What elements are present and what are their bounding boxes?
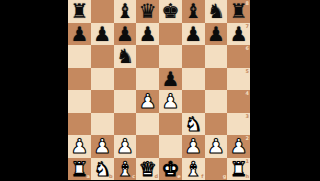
piece-wP-d4[interactable]: ♟ xyxy=(136,90,159,113)
square-a6[interactable] xyxy=(68,45,91,68)
rank-label-4: 4 xyxy=(246,91,249,96)
square-d3[interactable] xyxy=(136,113,159,136)
rank-label-2: 2 xyxy=(246,136,249,141)
square-h4[interactable]: 4 xyxy=(227,90,250,113)
square-f2[interactable]: ♟ xyxy=(182,135,205,158)
square-b7[interactable]: ♟ xyxy=(91,23,114,46)
piece-bK-e8[interactable]: ♚ xyxy=(159,0,182,23)
square-c2[interactable]: ♟ xyxy=(114,135,137,158)
rank-label-6: 6 xyxy=(246,46,249,51)
square-f1[interactable]: ♝f xyxy=(182,158,205,181)
square-e5[interactable]: ♟ xyxy=(159,68,182,91)
square-c6[interactable]: ♞ xyxy=(114,45,137,68)
file-label-a: a xyxy=(86,174,89,179)
piece-bP-g7[interactable]: ♟ xyxy=(205,23,228,46)
piece-bB-c8[interactable]: ♝ xyxy=(114,0,137,23)
square-g8[interactable]: ♞ xyxy=(205,0,228,23)
file-label-e: e xyxy=(177,174,180,179)
piece-wN-f3[interactable]: ♞ xyxy=(182,113,205,136)
piece-bP-c7[interactable]: ♟ xyxy=(114,23,137,46)
piece-bP-d7[interactable]: ♟ xyxy=(136,23,159,46)
piece-bN-g8[interactable]: ♞ xyxy=(205,0,228,23)
square-c7[interactable]: ♟ xyxy=(114,23,137,46)
square-e1[interactable]: ♚e xyxy=(159,158,182,181)
square-c5[interactable] xyxy=(114,68,137,91)
rank-label-1: 1 xyxy=(246,159,249,164)
square-e4[interactable]: ♟ xyxy=(159,90,182,113)
square-h6[interactable]: 6 xyxy=(227,45,250,68)
square-h3[interactable]: 3 xyxy=(227,113,250,136)
square-b2[interactable]: ♟ xyxy=(91,135,114,158)
square-a2[interactable]: ♟ xyxy=(68,135,91,158)
square-e6[interactable] xyxy=(159,45,182,68)
piece-bR-a8[interactable]: ♜ xyxy=(68,0,91,23)
file-label-g: g xyxy=(223,174,227,179)
square-h5[interactable]: 5 xyxy=(227,68,250,91)
square-d6[interactable] xyxy=(136,45,159,68)
piece-wP-e4[interactable]: ♟ xyxy=(159,90,182,113)
square-f3[interactable]: ♞ xyxy=(182,113,205,136)
rank-label-8: 8 xyxy=(246,1,249,6)
rank-label-7: 7 xyxy=(246,24,249,29)
file-label-d: d xyxy=(154,174,158,179)
square-d2[interactable] xyxy=(136,135,159,158)
piece-bP-e5[interactable]: ♟ xyxy=(159,68,182,91)
square-f8[interactable]: ♝ xyxy=(182,0,205,23)
square-a7[interactable]: ♟ xyxy=(68,23,91,46)
square-b6[interactable] xyxy=(91,45,114,68)
square-g2[interactable]: ♟ xyxy=(205,135,228,158)
file-label-h: h xyxy=(245,174,249,179)
file-label-b: b xyxy=(109,174,113,179)
square-b3[interactable] xyxy=(91,113,114,136)
square-g4[interactable] xyxy=(205,90,228,113)
square-e2[interactable] xyxy=(159,135,182,158)
square-f5[interactable] xyxy=(182,68,205,91)
square-d7[interactable]: ♟ xyxy=(136,23,159,46)
piece-wP-c2[interactable]: ♟ xyxy=(114,135,137,158)
square-a3[interactable] xyxy=(68,113,91,136)
square-d1[interactable]: ♛d xyxy=(136,158,159,181)
piece-bP-f7[interactable]: ♟ xyxy=(182,23,205,46)
square-g6[interactable] xyxy=(205,45,228,68)
square-e8[interactable]: ♚ xyxy=(159,0,182,23)
square-c1[interactable]: ♝c xyxy=(114,158,137,181)
square-a1[interactable]: ♜a xyxy=(68,158,91,181)
square-f4[interactable] xyxy=(182,90,205,113)
file-label-c: c xyxy=(132,174,135,179)
square-d5[interactable] xyxy=(136,68,159,91)
chess-board: ♜♝♛♚♝♞♜8♟♟♟♟♟♟♟7♞6♟5♟♟4♞3♟♟♟♟♟♟2♜a♞b♝c♛d… xyxy=(68,0,250,180)
square-f7[interactable]: ♟ xyxy=(182,23,205,46)
rank-label-3: 3 xyxy=(246,114,249,119)
square-b1[interactable]: ♞b xyxy=(91,158,114,181)
square-c8[interactable]: ♝ xyxy=(114,0,137,23)
square-g7[interactable]: ♟ xyxy=(205,23,228,46)
rank-label-5: 5 xyxy=(246,69,249,74)
square-f6[interactable] xyxy=(182,45,205,68)
square-b8[interactable] xyxy=(91,0,114,23)
square-b5[interactable] xyxy=(91,68,114,91)
square-e3[interactable] xyxy=(159,113,182,136)
square-g5[interactable] xyxy=(205,68,228,91)
square-a4[interactable] xyxy=(68,90,91,113)
square-d4[interactable]: ♟ xyxy=(136,90,159,113)
piece-wP-a2[interactable]: ♟ xyxy=(68,135,91,158)
square-h2[interactable]: ♟2 xyxy=(227,135,250,158)
piece-wP-f2[interactable]: ♟ xyxy=(182,135,205,158)
square-d8[interactable]: ♛ xyxy=(136,0,159,23)
piece-bN-c6[interactable]: ♞ xyxy=(114,45,137,68)
piece-bP-b7[interactable]: ♟ xyxy=(91,23,114,46)
square-g3[interactable] xyxy=(205,113,228,136)
square-h7[interactable]: ♟7 xyxy=(227,23,250,46)
piece-wP-b2[interactable]: ♟ xyxy=(91,135,114,158)
letterbox-left xyxy=(0,0,68,180)
square-g1[interactable]: g xyxy=(205,158,228,181)
piece-bQ-d8[interactable]: ♛ xyxy=(136,0,159,23)
letterbox-right xyxy=(250,0,320,180)
square-b4[interactable] xyxy=(91,90,114,113)
piece-bB-f8[interactable]: ♝ xyxy=(182,0,205,23)
square-e7[interactable] xyxy=(159,23,182,46)
square-c3[interactable] xyxy=(114,113,137,136)
square-c4[interactable] xyxy=(114,90,137,113)
file-label-f: f xyxy=(201,174,203,179)
piece-bP-a7[interactable]: ♟ xyxy=(68,23,91,46)
piece-wP-g2[interactable]: ♟ xyxy=(205,135,228,158)
square-a5[interactable] xyxy=(68,68,91,91)
square-h8[interactable]: ♜8 xyxy=(227,0,250,23)
square-a8[interactable]: ♜ xyxy=(68,0,91,23)
square-h1[interactable]: ♜1h xyxy=(227,158,250,181)
